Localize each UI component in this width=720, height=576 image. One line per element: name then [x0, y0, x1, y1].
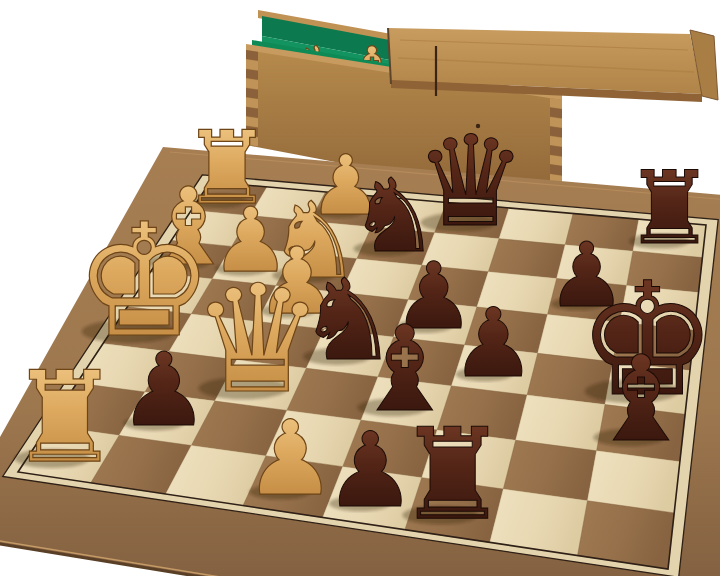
box-finger-joint	[550, 146, 562, 157]
box-finger-joint	[550, 98, 562, 109]
box-finger-joint	[550, 155, 562, 166]
piece-black-pawn-b2: ♟	[118, 331, 209, 449]
box-finger-joint	[246, 98, 258, 109]
box-finger-joint	[550, 127, 562, 138]
piece-black-bishop-h3: ♝	[588, 330, 694, 468]
box-finger-joint	[550, 165, 562, 176]
box-finger-joint	[550, 117, 562, 128]
piece-black-pawn-f4: ♟	[451, 288, 536, 398]
piece-white-rook-a1: ♜	[8, 344, 121, 491]
box-finger-joint	[246, 79, 258, 90]
piece-white-pawn-d1: ♟	[244, 398, 337, 518]
chess-set-photo: ♞♝♜♟♛♜♞♝♟♞♟♟♟♚♞♟♚♛♝♝♟♜♟♟♜	[0, 0, 720, 576]
box-finger-joint	[246, 88, 258, 99]
box-finger-joint	[246, 69, 258, 80]
box-finger-joint	[246, 60, 258, 71]
box-finger-joint	[550, 136, 562, 147]
box-finger-joint	[550, 108, 562, 119]
piece-black-rook-f1: ♜	[396, 401, 509, 548]
product-photo-scene: ♞♝♜♟♛♜♞♝♟♞♟♟♟♚♞♟♚♛♝♝♟♜♟♟♜	[0, 0, 720, 576]
box-finger-joint	[246, 50, 258, 61]
